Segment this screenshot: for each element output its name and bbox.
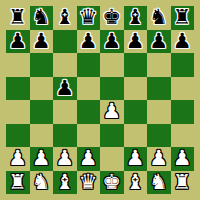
square-g7[interactable]: ♟ bbox=[147, 30, 171, 54]
square-g5[interactable] bbox=[147, 77, 171, 101]
square-a8[interactable]: ♜ bbox=[6, 6, 30, 30]
square-f3[interactable] bbox=[124, 124, 148, 148]
piece-white-pawn[interactable]: ♟ bbox=[149, 148, 168, 169]
piece-white-pawn[interactable]: ♟ bbox=[32, 148, 51, 169]
square-e6[interactable] bbox=[100, 53, 124, 77]
square-d2[interactable]: ♟ bbox=[77, 147, 101, 171]
square-g4[interactable] bbox=[147, 100, 171, 124]
square-b2[interactable]: ♟ bbox=[30, 147, 54, 171]
piece-black-knight[interactable]: ♞ bbox=[32, 7, 51, 28]
square-g1[interactable]: ♞ bbox=[147, 171, 171, 195]
piece-black-bishop[interactable]: ♝ bbox=[55, 7, 74, 28]
piece-white-rook[interactable]: ♜ bbox=[173, 172, 192, 193]
piece-white-pawn[interactable]: ♟ bbox=[173, 148, 192, 169]
piece-black-pawn[interactable]: ♟ bbox=[8, 31, 27, 52]
square-d6[interactable] bbox=[77, 53, 101, 77]
square-b6[interactable] bbox=[30, 53, 54, 77]
square-f2[interactable]: ♟ bbox=[124, 147, 148, 171]
square-b8[interactable]: ♞ bbox=[30, 6, 54, 30]
chess-board-frame: ♜♞♝♛♚♝♞♜♟♟♟♟♟♟♟♟♟♟♟♟♟♟♟♟♜♞♝♛♚♝♞♜ bbox=[0, 0, 200, 200]
piece-black-king[interactable]: ♚ bbox=[102, 7, 121, 28]
piece-black-pawn[interactable]: ♟ bbox=[55, 78, 74, 99]
square-h7[interactable]: ♟ bbox=[171, 30, 195, 54]
square-c1[interactable]: ♝ bbox=[53, 171, 77, 195]
piece-white-pawn[interactable]: ♟ bbox=[102, 101, 121, 122]
square-f8[interactable]: ♝ bbox=[124, 6, 148, 30]
square-g6[interactable] bbox=[147, 53, 171, 77]
square-e4[interactable]: ♟ bbox=[100, 100, 124, 124]
square-f4[interactable] bbox=[124, 100, 148, 124]
square-h3[interactable] bbox=[171, 124, 195, 148]
piece-black-pawn[interactable]: ♟ bbox=[149, 31, 168, 52]
square-e7[interactable]: ♟ bbox=[100, 30, 124, 54]
piece-black-rook[interactable]: ♜ bbox=[8, 7, 27, 28]
piece-white-pawn[interactable]: ♟ bbox=[8, 148, 27, 169]
square-h4[interactable] bbox=[171, 100, 195, 124]
chess-board: ♜♞♝♛♚♝♞♜♟♟♟♟♟♟♟♟♟♟♟♟♟♟♟♟♜♞♝♛♚♝♞♜ bbox=[6, 6, 194, 194]
piece-white-pawn[interactable]: ♟ bbox=[79, 148, 98, 169]
square-f1[interactable]: ♝ bbox=[124, 171, 148, 195]
piece-white-bishop[interactable]: ♝ bbox=[126, 172, 145, 193]
piece-white-knight[interactable]: ♞ bbox=[32, 172, 51, 193]
square-c7[interactable] bbox=[53, 30, 77, 54]
piece-black-pawn[interactable]: ♟ bbox=[102, 31, 121, 52]
square-a1[interactable]: ♜ bbox=[6, 171, 30, 195]
square-c3[interactable] bbox=[53, 124, 77, 148]
square-c8[interactable]: ♝ bbox=[53, 6, 77, 30]
square-d3[interactable] bbox=[77, 124, 101, 148]
square-e8[interactable]: ♚ bbox=[100, 6, 124, 30]
piece-white-knight[interactable]: ♞ bbox=[149, 172, 168, 193]
square-g8[interactable]: ♞ bbox=[147, 6, 171, 30]
piece-black-pawn[interactable]: ♟ bbox=[79, 31, 98, 52]
piece-black-queen[interactable]: ♛ bbox=[79, 7, 98, 28]
square-b3[interactable] bbox=[30, 124, 54, 148]
square-h8[interactable]: ♜ bbox=[171, 6, 195, 30]
square-c2[interactable]: ♟ bbox=[53, 147, 77, 171]
piece-white-bishop[interactable]: ♝ bbox=[55, 172, 74, 193]
square-a5[interactable] bbox=[6, 77, 30, 101]
piece-black-rook[interactable]: ♜ bbox=[173, 7, 192, 28]
square-a6[interactable] bbox=[6, 53, 30, 77]
square-c6[interactable] bbox=[53, 53, 77, 77]
square-f6[interactable] bbox=[124, 53, 148, 77]
square-h1[interactable]: ♜ bbox=[171, 171, 195, 195]
piece-white-pawn[interactable]: ♟ bbox=[55, 148, 74, 169]
piece-white-rook[interactable]: ♜ bbox=[8, 172, 27, 193]
square-a4[interactable] bbox=[6, 100, 30, 124]
square-g3[interactable] bbox=[147, 124, 171, 148]
square-b5[interactable] bbox=[30, 77, 54, 101]
square-b4[interactable] bbox=[30, 100, 54, 124]
square-d5[interactable] bbox=[77, 77, 101, 101]
square-e1[interactable]: ♚ bbox=[100, 171, 124, 195]
square-d8[interactable]: ♛ bbox=[77, 6, 101, 30]
square-c5[interactable]: ♟ bbox=[53, 77, 77, 101]
square-a7[interactable]: ♟ bbox=[6, 30, 30, 54]
square-e5[interactable] bbox=[100, 77, 124, 101]
piece-black-pawn[interactable]: ♟ bbox=[126, 31, 145, 52]
square-f5[interactable] bbox=[124, 77, 148, 101]
piece-black-pawn[interactable]: ♟ bbox=[173, 31, 192, 52]
square-f7[interactable]: ♟ bbox=[124, 30, 148, 54]
square-d4[interactable] bbox=[77, 100, 101, 124]
square-c4[interactable] bbox=[53, 100, 77, 124]
square-h5[interactable] bbox=[171, 77, 195, 101]
square-b1[interactable]: ♞ bbox=[30, 171, 54, 195]
square-h2[interactable]: ♟ bbox=[171, 147, 195, 171]
square-a2[interactable]: ♟ bbox=[6, 147, 30, 171]
square-e2[interactable] bbox=[100, 147, 124, 171]
square-d1[interactable]: ♛ bbox=[77, 171, 101, 195]
piece-black-knight[interactable]: ♞ bbox=[149, 7, 168, 28]
piece-white-queen[interactable]: ♛ bbox=[79, 172, 98, 193]
piece-white-pawn[interactable]: ♟ bbox=[126, 148, 145, 169]
square-d7[interactable]: ♟ bbox=[77, 30, 101, 54]
piece-black-bishop[interactable]: ♝ bbox=[126, 7, 145, 28]
square-b7[interactable]: ♟ bbox=[30, 30, 54, 54]
square-h6[interactable] bbox=[171, 53, 195, 77]
piece-white-king[interactable]: ♚ bbox=[102, 172, 121, 193]
square-e3[interactable] bbox=[100, 124, 124, 148]
square-a3[interactable] bbox=[6, 124, 30, 148]
piece-black-pawn[interactable]: ♟ bbox=[32, 31, 51, 52]
square-g2[interactable]: ♟ bbox=[147, 147, 171, 171]
